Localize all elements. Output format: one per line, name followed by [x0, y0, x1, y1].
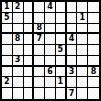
- cell-r5c1-empty[interactable]: [2, 45, 13, 56]
- cell-r5c8-empty[interactable]: [77, 45, 88, 56]
- cell-r7c2-empty[interactable]: [13, 67, 24, 78]
- cell-r3c7-empty[interactable]: [67, 24, 78, 35]
- cell-r2c2-empty[interactable]: [13, 13, 24, 24]
- cell-r5c5-empty[interactable]: [45, 45, 56, 56]
- cell-r8c4-empty[interactable]: [34, 77, 45, 88]
- cell-r6c3-empty[interactable]: [24, 56, 35, 67]
- cell-r9c3-empty[interactable]: [24, 88, 35, 99]
- cell-r6c9-empty[interactable]: [88, 56, 99, 67]
- cell-r6c5-empty[interactable]: [45, 56, 56, 67]
- cell-r7c1-empty[interactable]: [2, 67, 13, 78]
- cell-r1c8-empty[interactable]: [77, 2, 88, 13]
- cell-r1c4-empty[interactable]: [34, 2, 45, 13]
- cell-r6c4-empty[interactable]: [34, 56, 45, 67]
- cell-r2c7-empty[interactable]: [67, 13, 78, 24]
- cell-r6c1-empty[interactable]: [2, 56, 13, 67]
- cell-r7c6-empty[interactable]: [56, 67, 67, 78]
- cell-r6c7-empty[interactable]: [67, 56, 78, 67]
- cell-r1c9-empty[interactable]: [88, 2, 99, 13]
- cell-r5c6-given: 5: [56, 45, 67, 56]
- cell-r8c7-empty[interactable]: [67, 77, 78, 88]
- cell-r2c9-empty[interactable]: [88, 13, 99, 24]
- cell-r4c6-empty[interactable]: [56, 34, 67, 45]
- cell-r9c4-empty[interactable]: [34, 88, 45, 99]
- cell-r2c1-given: 5: [2, 13, 13, 24]
- cell-r5c2-empty[interactable]: [13, 45, 24, 56]
- cell-r4c2-given: 8: [13, 34, 24, 45]
- cell-r1c5-given: 4: [45, 2, 56, 13]
- cell-r9c7-given: 7: [67, 88, 78, 99]
- cell-r3c2-empty[interactable]: [13, 24, 24, 35]
- cell-r4c9-empty[interactable]: [88, 34, 99, 45]
- cell-r9c1-empty[interactable]: [2, 88, 13, 99]
- cell-r4c5-empty[interactable]: [45, 34, 56, 45]
- cell-r9c5-empty[interactable]: [45, 88, 56, 99]
- cell-r3c6-empty[interactable]: [56, 24, 67, 35]
- cell-r7c3-empty[interactable]: [24, 67, 35, 78]
- cell-r8c8-empty[interactable]: [77, 77, 88, 88]
- cell-r8c1-given: 2: [2, 77, 13, 88]
- cell-r9c9-empty[interactable]: [88, 88, 99, 99]
- cell-r8c5-empty[interactable]: [45, 77, 56, 88]
- cell-r8c9-empty[interactable]: [88, 77, 99, 88]
- cell-r3c3-empty[interactable]: [24, 24, 35, 35]
- sudoku-board: 12451887453638217: [0, 0, 101, 101]
- cell-r5c7-empty[interactable]: [67, 45, 78, 56]
- cell-r8c6-given: 1: [56, 77, 67, 88]
- cell-r6c6-empty[interactable]: [56, 56, 67, 67]
- cell-r3c9-empty[interactable]: [88, 24, 99, 35]
- cell-r4c4-given: 7: [34, 34, 45, 45]
- cell-r8c2-empty[interactable]: [13, 77, 24, 88]
- cell-r1c1-given: 1: [2, 2, 13, 13]
- cell-r7c4-empty[interactable]: [34, 67, 45, 78]
- cell-r5c3-empty[interactable]: [24, 45, 35, 56]
- cell-r8c3-empty[interactable]: [24, 77, 35, 88]
- cell-r6c2-given: 3: [13, 56, 24, 67]
- cell-r2c8-given: 1: [77, 13, 88, 24]
- cell-r7c5-given: 6: [45, 67, 56, 78]
- cell-r2c4-empty[interactable]: [34, 13, 45, 24]
- cell-r4c1-empty[interactable]: [2, 34, 13, 45]
- cell-r9c6-empty[interactable]: [56, 88, 67, 99]
- cell-r6c8-empty[interactable]: [77, 56, 88, 67]
- cell-r3c4-given: 8: [34, 24, 45, 35]
- cell-r9c2-empty[interactable]: [13, 88, 24, 99]
- cell-r7c8-empty[interactable]: [77, 67, 88, 78]
- cell-r3c8-empty[interactable]: [77, 24, 88, 35]
- cell-r7c7-given: 3: [67, 67, 78, 78]
- cell-r2c5-empty[interactable]: [45, 13, 56, 24]
- cell-r1c3-empty[interactable]: [24, 2, 35, 13]
- cell-r9c8-empty[interactable]: [77, 88, 88, 99]
- cell-r1c6-empty[interactable]: [56, 2, 67, 13]
- cell-r5c9-empty[interactable]: [88, 45, 99, 56]
- cell-r4c8-empty[interactable]: [77, 34, 88, 45]
- cell-r7c9-given: 8: [88, 67, 99, 78]
- cell-r4c7-given: 4: [67, 34, 78, 45]
- cell-r1c2-given: 2: [13, 2, 24, 13]
- cell-r4c3-empty[interactable]: [24, 34, 35, 45]
- cell-r2c6-empty[interactable]: [56, 13, 67, 24]
- cell-r3c5-empty[interactable]: [45, 24, 56, 35]
- cell-r1c7-empty[interactable]: [67, 2, 78, 13]
- cell-r2c3-empty[interactable]: [24, 13, 35, 24]
- cell-r3c1-empty[interactable]: [2, 24, 13, 35]
- cell-r5c4-empty[interactable]: [34, 45, 45, 56]
